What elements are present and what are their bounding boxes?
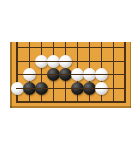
intersection[interactable] [95, 42, 107, 54]
white-stone [47, 55, 60, 68]
intersection[interactable] [83, 42, 95, 54]
intersection[interactable] [83, 81, 95, 95]
black-stone [47, 68, 60, 81]
white-stone [23, 68, 36, 81]
intersection[interactable] [71, 81, 83, 95]
intersection[interactable] [107, 54, 119, 68]
intersection[interactable] [71, 95, 83, 108]
intersection[interactable] [23, 95, 35, 108]
screenshot-canvas [0, 0, 140, 150]
intersection[interactable] [107, 42, 119, 54]
intersection[interactable] [119, 81, 131, 95]
white-stone [95, 68, 108, 81]
intersection[interactable] [119, 68, 131, 82]
black-stone [71, 82, 84, 95]
intersection[interactable] [107, 68, 119, 82]
intersection[interactable] [71, 54, 83, 68]
intersection[interactable] [11, 95, 23, 108]
intersection[interactable] [95, 54, 107, 68]
go-board-grid [11, 42, 131, 108]
intersection[interactable] [35, 95, 47, 108]
intersection[interactable] [23, 54, 35, 68]
intersection[interactable] [83, 54, 95, 68]
intersection[interactable] [35, 54, 47, 68]
intersection[interactable] [11, 81, 23, 95]
intersection[interactable] [107, 95, 119, 108]
intersection[interactable] [119, 42, 131, 54]
black-stone [23, 82, 36, 95]
intersection[interactable] [95, 68, 107, 82]
intersection[interactable] [35, 81, 47, 95]
intersection[interactable] [107, 81, 119, 95]
intersection[interactable] [11, 54, 23, 68]
intersection[interactable] [71, 42, 83, 54]
go-board [10, 42, 131, 108]
white-stone [95, 82, 108, 95]
intersection[interactable] [59, 95, 71, 108]
intersection[interactable] [35, 42, 47, 54]
intersection[interactable] [95, 81, 107, 95]
intersection[interactable] [47, 54, 59, 68]
intersection[interactable] [59, 68, 71, 82]
white-stone [11, 82, 24, 95]
intersection[interactable] [59, 54, 71, 68]
intersection[interactable] [83, 68, 95, 82]
intersection[interactable] [23, 68, 35, 82]
black-stone [83, 82, 96, 95]
intersection[interactable] [23, 42, 35, 54]
intersection[interactable] [23, 81, 35, 95]
intersection[interactable] [11, 42, 23, 54]
intersection[interactable] [59, 42, 71, 54]
white-stone [83, 68, 96, 81]
black-stone [35, 82, 48, 95]
intersection[interactable] [11, 68, 23, 82]
intersection[interactable] [71, 68, 83, 82]
intersection[interactable] [119, 95, 131, 108]
intersection[interactable] [35, 68, 47, 82]
black-stone [59, 68, 72, 81]
intersection[interactable] [47, 42, 59, 54]
white-stone [59, 55, 72, 68]
intersection[interactable] [47, 68, 59, 82]
white-stone [71, 68, 84, 81]
intersection[interactable] [47, 95, 59, 108]
intersection[interactable] [95, 95, 107, 108]
intersection[interactable] [59, 81, 71, 95]
intersection[interactable] [83, 95, 95, 108]
intersection[interactable] [119, 54, 131, 68]
white-stone [35, 55, 48, 68]
intersection[interactable] [47, 81, 59, 95]
